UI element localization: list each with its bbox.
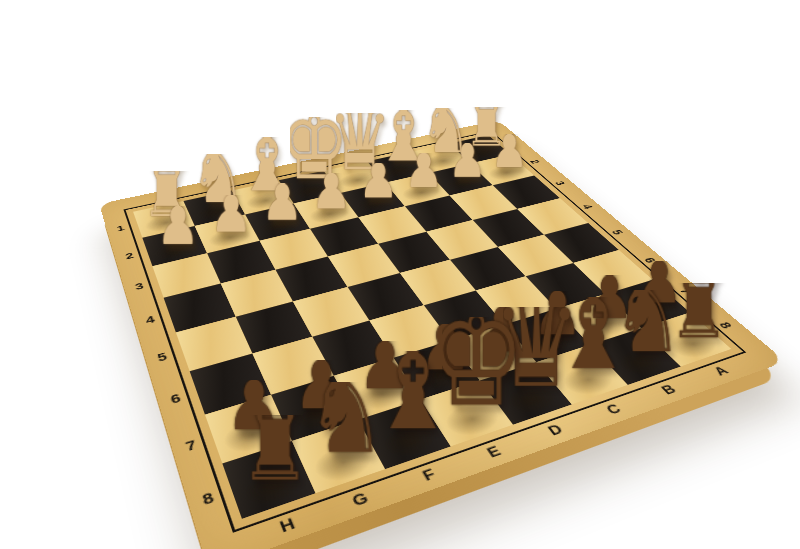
file-label-bottom-e: E xyxy=(476,439,511,465)
rank-label-right-4: 4 xyxy=(575,200,600,213)
file-label-bottom-h: H xyxy=(269,510,304,541)
rank-label-left-6: 6 xyxy=(161,387,190,410)
rank-label-right-1: 1 xyxy=(501,137,523,147)
rank-label-left-4: 4 xyxy=(137,311,163,329)
rank-label-left-7: 7 xyxy=(175,433,206,459)
file-label-bottom-d: D xyxy=(538,417,573,442)
rank-label-left-3: 3 xyxy=(127,278,151,294)
file-label-bottom-a: A xyxy=(704,360,738,381)
rank-label-left-2: 2 xyxy=(118,248,141,263)
file-label-bottom-c: C xyxy=(596,397,631,420)
rank-label-right-6: 6 xyxy=(636,253,664,268)
piece-white-knight-b1: ♞ xyxy=(423,108,469,164)
photo-scene: 1122334455667788HGFEDCBA♜♞♝♚♛♝♞♜♟♟♟♟♟♟♟♟… xyxy=(0,0,800,549)
product-photo: { "game": "chess", "scene": { "descripti… xyxy=(0,0,800,549)
rank-label-right-5: 5 xyxy=(604,225,631,239)
rank-label-left-5: 5 xyxy=(149,347,176,367)
file-label-bottom-b: B xyxy=(651,378,685,400)
rank-label-right-7: 7 xyxy=(671,283,701,300)
file-label-bottom-f: F xyxy=(411,461,446,489)
rank-label-right-3: 3 xyxy=(548,178,572,190)
rank-label-left-1: 1 xyxy=(110,222,132,236)
rank-label-right-2: 2 xyxy=(524,156,547,167)
rank-label-left-8: 8 xyxy=(191,484,224,513)
chess-board: 1122334455667788HGFEDCBA♜♞♝♚♛♝♞♜♟♟♟♟♟♟♟♟… xyxy=(99,120,785,549)
rank-label-right-8: 8 xyxy=(710,316,742,335)
file-label-bottom-g: G xyxy=(342,485,377,514)
